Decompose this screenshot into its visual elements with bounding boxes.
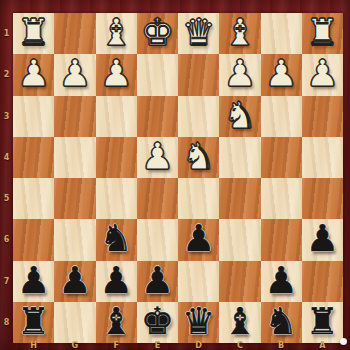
square-e8[interactable]: ♚ <box>137 302 178 343</box>
square-c3[interactable]: ♞ <box>219 96 260 137</box>
chessboard-frame: 12345678 ♜♝♚♛♝♜♟♟♟♟♟♟♞♟♞♞♟♟♟♟♟♟♟♜♝♚♛♝♞♜ … <box>0 0 350 350</box>
square-a8[interactable]: ♜ <box>302 302 343 343</box>
square-h5[interactable] <box>13 178 54 219</box>
file-labels: HGFEDCBA <box>13 341 343 350</box>
rank-label-4: 4 <box>0 137 13 178</box>
file-label-c: C <box>219 341 260 350</box>
square-d5[interactable] <box>178 178 219 219</box>
piece-white-pawn[interactable]: ♟ <box>306 53 339 94</box>
piece-black-queen[interactable]: ♛ <box>182 301 215 342</box>
piece-black-pawn[interactable]: ♟ <box>141 260 174 301</box>
square-d4[interactable]: ♞ <box>178 137 219 178</box>
square-d7[interactable] <box>178 261 219 302</box>
piece-white-queen[interactable]: ♛ <box>182 12 215 53</box>
square-f2[interactable]: ♟ <box>96 54 137 95</box>
piece-white-king[interactable]: ♚ <box>141 12 174 53</box>
piece-white-rook[interactable]: ♜ <box>306 12 339 53</box>
square-a1[interactable]: ♜ <box>302 13 343 54</box>
piece-black-knight[interactable]: ♞ <box>265 301 298 342</box>
piece-black-pawn[interactable]: ♟ <box>306 218 339 259</box>
piece-white-pawn[interactable]: ♟ <box>58 53 91 94</box>
square-g5[interactable] <box>54 178 95 219</box>
piece-black-rook[interactable]: ♜ <box>306 301 339 342</box>
piece-white-knight[interactable]: ♞ <box>223 95 256 136</box>
white-to-move-indicator <box>340 338 347 345</box>
file-label-d: D <box>178 341 219 350</box>
piece-white-bishop[interactable]: ♝ <box>100 12 133 53</box>
square-d8[interactable]: ♛ <box>178 302 219 343</box>
square-g4[interactable] <box>54 137 95 178</box>
square-h6[interactable] <box>13 219 54 260</box>
square-d6[interactable]: ♟ <box>178 219 219 260</box>
piece-black-bishop[interactable]: ♝ <box>100 301 133 342</box>
file-label-h: H <box>13 341 54 350</box>
square-f3[interactable] <box>96 96 137 137</box>
square-g6[interactable] <box>54 219 95 260</box>
square-a2[interactable]: ♟ <box>302 54 343 95</box>
square-f1[interactable]: ♝ <box>96 13 137 54</box>
piece-white-pawn[interactable]: ♟ <box>17 53 50 94</box>
rank-label-1: 1 <box>0 13 13 54</box>
piece-white-pawn[interactable]: ♟ <box>265 53 298 94</box>
file-label-a: A <box>302 341 343 350</box>
square-c1[interactable]: ♝ <box>219 13 260 54</box>
board: ♜♝♚♛♝♜♟♟♟♟♟♟♞♟♞♞♟♟♟♟♟♟♟♜♝♚♛♝♞♜ <box>13 13 343 343</box>
square-e5[interactable] <box>137 178 178 219</box>
square-e6[interactable] <box>137 219 178 260</box>
piece-black-rook[interactable]: ♜ <box>17 301 50 342</box>
square-c8[interactable]: ♝ <box>219 302 260 343</box>
square-g1[interactable] <box>54 13 95 54</box>
square-a4[interactable] <box>302 137 343 178</box>
square-g3[interactable] <box>54 96 95 137</box>
square-f4[interactable] <box>96 137 137 178</box>
square-f8[interactable]: ♝ <box>96 302 137 343</box>
square-h1[interactable]: ♜ <box>13 13 54 54</box>
square-g2[interactable]: ♟ <box>54 54 95 95</box>
piece-black-pawn[interactable]: ♟ <box>265 260 298 301</box>
file-label-g: G <box>54 341 95 350</box>
piece-white-knight[interactable]: ♞ <box>182 136 215 177</box>
square-b4[interactable] <box>261 137 302 178</box>
square-d3[interactable] <box>178 96 219 137</box>
square-b7[interactable]: ♟ <box>261 261 302 302</box>
piece-black-king[interactable]: ♚ <box>141 301 174 342</box>
file-label-e: E <box>137 341 178 350</box>
square-b3[interactable] <box>261 96 302 137</box>
square-a6[interactable]: ♟ <box>302 219 343 260</box>
square-b2[interactable]: ♟ <box>261 54 302 95</box>
piece-white-pawn[interactable]: ♟ <box>100 53 133 94</box>
square-e7[interactable]: ♟ <box>137 261 178 302</box>
piece-white-pawn[interactable]: ♟ <box>141 136 174 177</box>
square-b5[interactable] <box>261 178 302 219</box>
square-b6[interactable] <box>261 219 302 260</box>
square-g7[interactable]: ♟ <box>54 261 95 302</box>
square-c5[interactable] <box>219 178 260 219</box>
square-e4[interactable]: ♟ <box>137 137 178 178</box>
square-e3[interactable] <box>137 96 178 137</box>
square-f6[interactable]: ♞ <box>96 219 137 260</box>
square-c7[interactable] <box>219 261 260 302</box>
piece-black-pawn[interactable]: ♟ <box>17 260 50 301</box>
square-c6[interactable] <box>219 219 260 260</box>
square-a3[interactable] <box>302 96 343 137</box>
rank-label-2: 2 <box>0 54 13 95</box>
square-h3[interactable] <box>13 96 54 137</box>
square-a5[interactable] <box>302 178 343 219</box>
square-e1[interactable]: ♚ <box>137 13 178 54</box>
piece-black-pawn[interactable]: ♟ <box>182 218 215 259</box>
file-label-b: B <box>261 341 302 350</box>
rank-label-6: 6 <box>0 219 13 260</box>
piece-white-bishop[interactable]: ♝ <box>223 12 256 53</box>
piece-black-bishop[interactable]: ♝ <box>223 301 256 342</box>
file-label-f: F <box>96 341 137 350</box>
rank-label-8: 8 <box>0 302 13 343</box>
square-d2[interactable] <box>178 54 219 95</box>
square-b8[interactable]: ♞ <box>261 302 302 343</box>
square-h2[interactable]: ♟ <box>13 54 54 95</box>
piece-black-pawn[interactable]: ♟ <box>100 260 133 301</box>
square-c4[interactable] <box>219 137 260 178</box>
piece-white-pawn[interactable]: ♟ <box>223 53 256 94</box>
square-f5[interactable] <box>96 178 137 219</box>
rank-label-7: 7 <box>0 261 13 302</box>
square-h7[interactable]: ♟ <box>13 261 54 302</box>
square-h8[interactable]: ♜ <box>13 302 54 343</box>
piece-white-rook[interactable]: ♜ <box>17 12 50 53</box>
rank-labels: 12345678 <box>0 13 13 343</box>
square-d1[interactable]: ♛ <box>178 13 219 54</box>
square-c2[interactable]: ♟ <box>219 54 260 95</box>
square-e2[interactable] <box>137 54 178 95</box>
square-a7[interactable] <box>302 261 343 302</box>
rank-label-3: 3 <box>0 96 13 137</box>
square-b1[interactable] <box>261 13 302 54</box>
square-f7[interactable]: ♟ <box>96 261 137 302</box>
rank-label-5: 5 <box>0 178 13 219</box>
piece-black-knight[interactable]: ♞ <box>100 218 133 259</box>
piece-black-pawn[interactable]: ♟ <box>58 260 91 301</box>
square-h4[interactable] <box>13 137 54 178</box>
square-g8[interactable] <box>54 302 95 343</box>
